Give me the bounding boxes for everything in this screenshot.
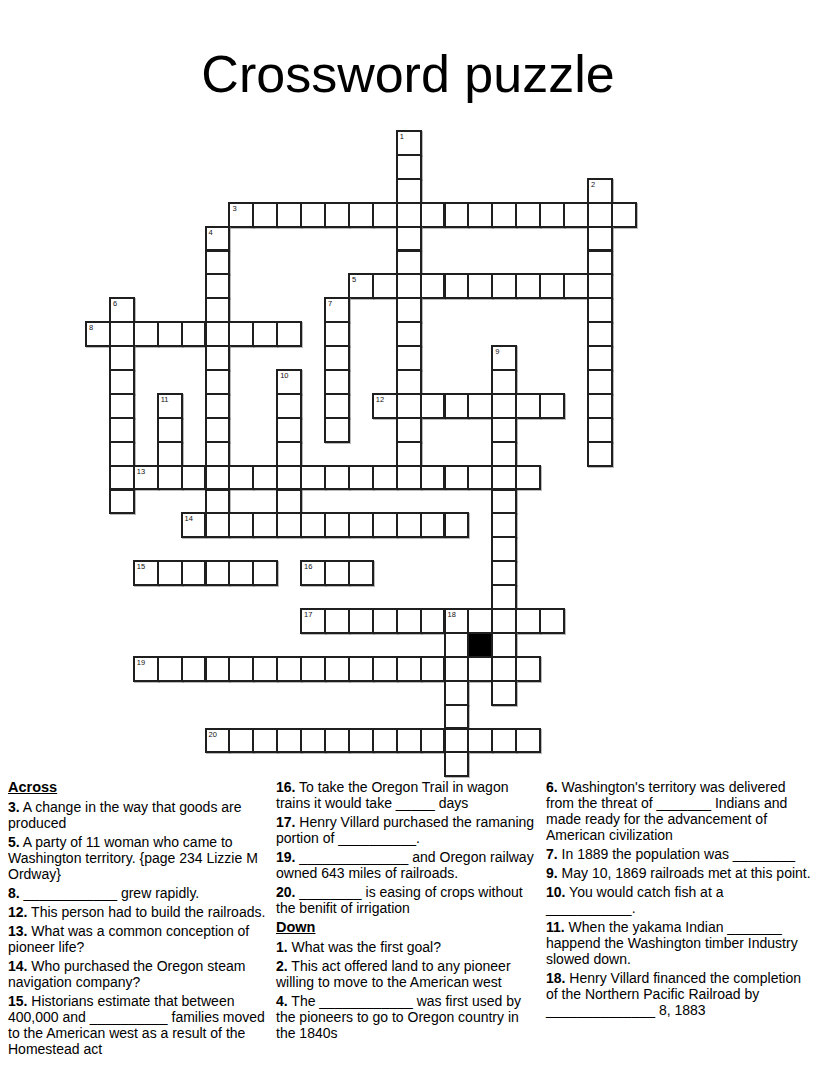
grid-cell[interactable] xyxy=(324,345,350,371)
grid-cell[interactable] xyxy=(563,273,589,299)
grid-cell[interactable] xyxy=(539,608,565,634)
clue-down-7: 7. In 1889 the population was ________ xyxy=(546,846,812,862)
grid-cell[interactable]: 17 xyxy=(300,608,326,634)
grid-cell[interactable] xyxy=(491,489,517,515)
clue-across-16: 16. To take the Oregon Trail in wagon tr… xyxy=(276,779,540,811)
grid-cell[interactable] xyxy=(491,536,517,562)
grid-cell[interactable] xyxy=(611,202,637,228)
grid-cell[interactable] xyxy=(396,297,422,323)
grid-cell[interactable]: 6 xyxy=(109,297,135,323)
grid-cell[interactable] xyxy=(539,273,565,299)
grid-cell[interactable]: 1 xyxy=(396,130,422,156)
grid-cell[interactable] xyxy=(181,656,207,682)
grid-cell[interactable]: 16 xyxy=(300,560,326,586)
grid-cell[interactable] xyxy=(324,202,350,228)
grid-cell[interactable] xyxy=(396,512,422,538)
grid-cell[interactable] xyxy=(228,560,254,586)
grid-cell[interactable]: 9 xyxy=(491,345,517,371)
grid-cell[interactable] xyxy=(587,441,613,467)
clue-across-3: 3. A change in the way that goods are pr… xyxy=(8,799,272,831)
grid-cell[interactable] xyxy=(587,369,613,395)
clue-down-1: 1. What was the first goal? xyxy=(276,939,540,955)
clue-across-15: 15. Historians estimate that between 400… xyxy=(8,993,272,1057)
grid-cell[interactable] xyxy=(205,321,231,347)
grid-cell[interactable] xyxy=(491,608,517,634)
grid-cell[interactable] xyxy=(324,560,350,586)
grid-cell[interactable] xyxy=(491,369,517,395)
grid-cell[interactable]: 10 xyxy=(276,369,302,395)
grid-cell[interactable] xyxy=(109,489,135,515)
grid-cell[interactable] xyxy=(587,417,613,443)
grid-cell[interactable] xyxy=(205,560,231,586)
grid-cell[interactable] xyxy=(300,656,326,682)
grid-cell[interactable]: 15 xyxy=(133,560,159,586)
clue-down-4: 4. The ____________ was first used by th… xyxy=(276,993,540,1041)
grid-cell[interactable] xyxy=(491,417,517,443)
grid-cell[interactable] xyxy=(396,178,422,204)
grid-cell[interactable] xyxy=(396,393,422,419)
grid-cell[interactable] xyxy=(563,202,589,228)
clue-across-12: 12. This person had to build the railroa… xyxy=(8,904,272,920)
grid-cell[interactable] xyxy=(372,728,398,754)
grid-cell[interactable] xyxy=(420,512,446,538)
grid-cell[interactable] xyxy=(467,656,493,682)
grid-cell[interactable] xyxy=(587,273,613,299)
grid-cell[interactable] xyxy=(348,560,374,586)
grid-cell[interactable] xyxy=(348,656,374,682)
grid-cell[interactable] xyxy=(444,656,470,682)
grid-cell[interactable] xyxy=(205,345,231,371)
grid-cell[interactable]: 19 xyxy=(133,656,159,682)
grid-cell[interactable] xyxy=(348,465,374,491)
grid-cell[interactable] xyxy=(444,728,470,754)
grid-cell[interactable] xyxy=(491,465,517,491)
grid-cell[interactable] xyxy=(396,608,422,634)
grid-cell[interactable] xyxy=(276,512,302,538)
grid-cell[interactable]: 3 xyxy=(228,202,254,228)
cell-number: 2 xyxy=(591,181,595,189)
cell-number: 5 xyxy=(352,276,356,284)
down-header: Down xyxy=(276,919,540,935)
cell-number: 20 xyxy=(209,731,217,739)
clue-across-8: 8. ____________ grew rapidly. xyxy=(8,885,272,901)
grid-cell[interactable] xyxy=(372,512,398,538)
grid-cell[interactable] xyxy=(205,369,231,395)
grid-cell[interactable] xyxy=(420,273,446,299)
grid-cell[interactable] xyxy=(587,345,613,371)
grid-cell[interactable] xyxy=(396,369,422,395)
grid-cell[interactable]: 8 xyxy=(85,321,111,347)
grid-cell[interactable] xyxy=(491,632,517,658)
cell-number: 7 xyxy=(328,300,332,308)
grid-cell[interactable] xyxy=(444,680,470,706)
grid-cell[interactable] xyxy=(205,417,231,443)
grid-cell[interactable] xyxy=(396,465,422,491)
grid-cell[interactable] xyxy=(444,512,470,538)
grid-cell[interactable] xyxy=(515,656,541,682)
grid-cell[interactable] xyxy=(157,417,183,443)
grid-cell[interactable] xyxy=(420,656,446,682)
grid-cell[interactable] xyxy=(157,321,183,347)
grid-cell[interactable] xyxy=(491,584,517,610)
grid-cell[interactable] xyxy=(420,465,446,491)
cell-number: 14 xyxy=(185,515,193,523)
grid-cell[interactable] xyxy=(587,297,613,323)
grid-cell[interactable] xyxy=(205,393,231,419)
grid-cell[interactable] xyxy=(228,656,254,682)
grid-cell[interactable]: 18 xyxy=(444,608,470,634)
grid-cell[interactable] xyxy=(205,512,231,538)
clue-across-17: 17. Henry Villard purchased the ramaning… xyxy=(276,814,540,846)
clue-column-right: 6. Washington's territory was delivered … xyxy=(546,779,812,1021)
grid-cell[interactable] xyxy=(300,465,326,491)
grid-cell[interactable] xyxy=(252,656,278,682)
grid-cell[interactable] xyxy=(467,608,493,634)
grid-cell[interactable] xyxy=(109,465,135,491)
grid-cell[interactable] xyxy=(324,728,350,754)
grid-cell[interactable] xyxy=(324,393,350,419)
grid-cell[interactable] xyxy=(587,321,613,347)
grid-cell[interactable] xyxy=(109,417,135,443)
grid-cell[interactable] xyxy=(205,465,231,491)
grid-cell[interactable] xyxy=(396,250,422,276)
grid-cell[interactable] xyxy=(467,202,493,228)
cell-number: 1 xyxy=(400,133,404,141)
grid-cell[interactable] xyxy=(348,608,374,634)
grid-cell[interactable] xyxy=(539,202,565,228)
cell-number: 8 xyxy=(89,324,93,332)
clue-across-19: 19. ______________ and Oregon railway ow… xyxy=(276,849,540,881)
cell-number: 9 xyxy=(495,348,499,356)
grid-cell[interactable] xyxy=(252,465,278,491)
grid-cell[interactable] xyxy=(396,441,422,467)
grid-cell[interactable]: 11 xyxy=(157,393,183,419)
cell-number: 17 xyxy=(304,611,312,619)
grid-cell[interactable] xyxy=(276,656,302,682)
grid-cell[interactable] xyxy=(348,202,374,228)
grid-cell[interactable] xyxy=(444,751,470,777)
crossword-worksheet: Crossword puzzle 12345678910111213141516… xyxy=(0,0,816,1083)
grid-cell[interactable] xyxy=(491,441,517,467)
grid-cell[interactable] xyxy=(372,608,398,634)
grid-cell[interactable] xyxy=(396,226,422,252)
grid-cell[interactable] xyxy=(444,393,470,419)
grid-cell[interactable] xyxy=(157,656,183,682)
clue-across-13: 13. What was a common conception of pion… xyxy=(8,923,272,955)
grid-cell[interactable] xyxy=(396,321,422,347)
clue-across-14: 14. Who purchased the Oregon steam navig… xyxy=(8,958,272,990)
grid-cell[interactable] xyxy=(515,728,541,754)
grid-cell[interactable] xyxy=(276,321,302,347)
clue-down-18: 18. Henry Villard financed the completio… xyxy=(546,970,812,1018)
clue-column-middle: 16. To take the Oregon Trail in wagon tr… xyxy=(276,779,540,1044)
grid-cell[interactable] xyxy=(324,321,350,347)
grid-cell[interactable] xyxy=(444,704,470,730)
cell-number: 18 xyxy=(448,611,456,619)
grid-cell[interactable] xyxy=(348,728,374,754)
clue-down-11: 11. When the yakama Indian _______ happe… xyxy=(546,919,812,967)
grid-cell[interactable] xyxy=(205,489,231,515)
grid-cell[interactable] xyxy=(157,441,183,467)
grid-cell[interactable] xyxy=(276,417,302,443)
grid-cell[interactable] xyxy=(252,560,278,586)
grid-cell[interactable] xyxy=(491,656,517,682)
grid-cell[interactable] xyxy=(276,728,302,754)
grid-cell[interactable] xyxy=(396,345,422,371)
cell-number: 4 xyxy=(209,229,213,237)
clue-down-2: 2. This act offered land to any pioneer … xyxy=(276,958,540,990)
grid-cell[interactable] xyxy=(181,560,207,586)
grid-cell[interactable] xyxy=(276,202,302,228)
grid-cell[interactable] xyxy=(109,369,135,395)
grid-cell[interactable] xyxy=(372,202,398,228)
grid-cell[interactable] xyxy=(491,560,517,586)
grid-cell[interactable] xyxy=(181,465,207,491)
clue-down-9: 9. May 10, 1869 railroads met at this po… xyxy=(546,865,812,881)
grid-cell[interactable] xyxy=(420,393,446,419)
grid-cell[interactable] xyxy=(467,728,493,754)
clue-across-5: 5. A party of 11 woman who came to Washi… xyxy=(8,834,272,882)
grid-cell[interactable] xyxy=(396,728,422,754)
grid-cell[interactable] xyxy=(252,321,278,347)
grid-cell[interactable] xyxy=(420,608,446,634)
grid-cell[interactable] xyxy=(324,369,350,395)
grid-cell[interactable] xyxy=(109,345,135,371)
grid-cell[interactable] xyxy=(491,273,517,299)
grid-cell[interactable] xyxy=(467,393,493,419)
cell-number: 11 xyxy=(161,396,169,404)
grid-cell[interactable] xyxy=(396,656,422,682)
grid-cell[interactable]: 4 xyxy=(205,226,231,252)
grid-cell[interactable] xyxy=(276,489,302,515)
grid-cell[interactable] xyxy=(205,441,231,467)
grid-cell[interactable] xyxy=(252,728,278,754)
grid-cell[interactable] xyxy=(420,728,446,754)
black-cell xyxy=(467,632,493,658)
grid-cell[interactable] xyxy=(252,512,278,538)
grid-cell[interactable] xyxy=(205,297,231,323)
grid-cell[interactable] xyxy=(133,321,159,347)
grid-cell[interactable] xyxy=(109,441,135,467)
grid-cell[interactable] xyxy=(515,608,541,634)
grid-cell[interactable] xyxy=(515,202,541,228)
grid-cell[interactable] xyxy=(300,728,326,754)
grid-cell[interactable] xyxy=(396,417,422,443)
grid-cell[interactable] xyxy=(539,393,565,419)
grid-cell[interactable] xyxy=(587,226,613,252)
across-header: Across xyxy=(8,779,272,795)
grid-cell[interactable] xyxy=(515,393,541,419)
cell-number: 6 xyxy=(113,300,117,308)
cell-number: 10 xyxy=(280,372,288,380)
grid-cell[interactable] xyxy=(515,273,541,299)
grid-cell[interactable] xyxy=(467,465,493,491)
grid-cell[interactable] xyxy=(348,512,374,538)
grid-cell[interactable] xyxy=(420,202,446,228)
grid-cell[interactable] xyxy=(276,393,302,419)
grid-cell[interactable] xyxy=(491,393,517,419)
grid-cell[interactable] xyxy=(372,656,398,682)
grid-cell[interactable] xyxy=(587,393,613,419)
grid-cell[interactable] xyxy=(491,512,517,538)
grid-cell[interactable] xyxy=(205,250,231,276)
grid-cell[interactable]: 13 xyxy=(133,465,159,491)
grid-cell[interactable] xyxy=(515,465,541,491)
grid-cell[interactable]: 14 xyxy=(181,512,207,538)
grid-cell[interactable]: 5 xyxy=(348,273,374,299)
clue-down-10: 10. You would catch fish at a __________… xyxy=(546,884,812,916)
cell-number: 15 xyxy=(137,563,145,571)
grid-cell[interactable] xyxy=(444,202,470,228)
grid-cell[interactable] xyxy=(587,250,613,276)
grid-cell[interactable] xyxy=(444,465,470,491)
cell-number: 3 xyxy=(232,205,236,213)
grid-cell[interactable] xyxy=(228,321,254,347)
grid-cell[interactable] xyxy=(491,202,517,228)
grid-cell[interactable] xyxy=(252,202,278,228)
cell-number: 16 xyxy=(304,563,312,571)
grid-cell[interactable] xyxy=(157,465,183,491)
grid-cell[interactable] xyxy=(372,273,398,299)
grid-cell[interactable] xyxy=(396,202,422,228)
grid-cell[interactable] xyxy=(587,202,613,228)
grid-cell[interactable] xyxy=(372,465,398,491)
grid-cell[interactable] xyxy=(444,632,470,658)
grid-cell[interactable] xyxy=(491,680,517,706)
cell-number: 12 xyxy=(376,396,384,404)
cell-number: 19 xyxy=(137,659,145,667)
grid-cell[interactable] xyxy=(181,321,207,347)
grid-cell[interactable] xyxy=(300,512,326,538)
grid-cell[interactable] xyxy=(276,441,302,467)
grid-cell[interactable] xyxy=(228,512,254,538)
clue-down-6: 6. Washington's territory was delivered … xyxy=(546,779,812,843)
grid-cell[interactable] xyxy=(491,728,517,754)
grid-cell[interactable] xyxy=(205,273,231,299)
grid-cell[interactable] xyxy=(324,608,350,634)
clue-across-20: 20. ________ is easing of crops without … xyxy=(276,884,540,916)
grid-cell[interactable] xyxy=(228,465,254,491)
clue-column-left: Across3. A change in the way that goods … xyxy=(8,779,272,1060)
grid-cell[interactable] xyxy=(444,273,470,299)
grid-cell[interactable] xyxy=(324,656,350,682)
grid-cell[interactable]: 12 xyxy=(372,393,398,419)
grid-cell[interactable] xyxy=(396,154,422,180)
grid-cell[interactable] xyxy=(300,202,326,228)
grid-cell[interactable] xyxy=(276,465,302,491)
page-title: Crossword puzzle xyxy=(0,44,816,104)
grid-cell[interactable] xyxy=(109,393,135,419)
grid-cell[interactable] xyxy=(324,512,350,538)
grid-cell[interactable] xyxy=(324,465,350,491)
grid-cell[interactable] xyxy=(157,560,183,586)
grid-cell[interactable] xyxy=(467,273,493,299)
cell-number: 13 xyxy=(137,468,145,476)
grid-cell[interactable] xyxy=(205,656,231,682)
grid-cell[interactable] xyxy=(396,273,422,299)
grid-cell[interactable]: 20 xyxy=(205,728,231,754)
grid-cell[interactable]: 2 xyxy=(587,178,613,204)
grid-cell[interactable] xyxy=(109,321,135,347)
grid-cell[interactable] xyxy=(324,417,350,443)
grid-cell[interactable] xyxy=(228,728,254,754)
grid-cell[interactable]: 7 xyxy=(324,297,350,323)
